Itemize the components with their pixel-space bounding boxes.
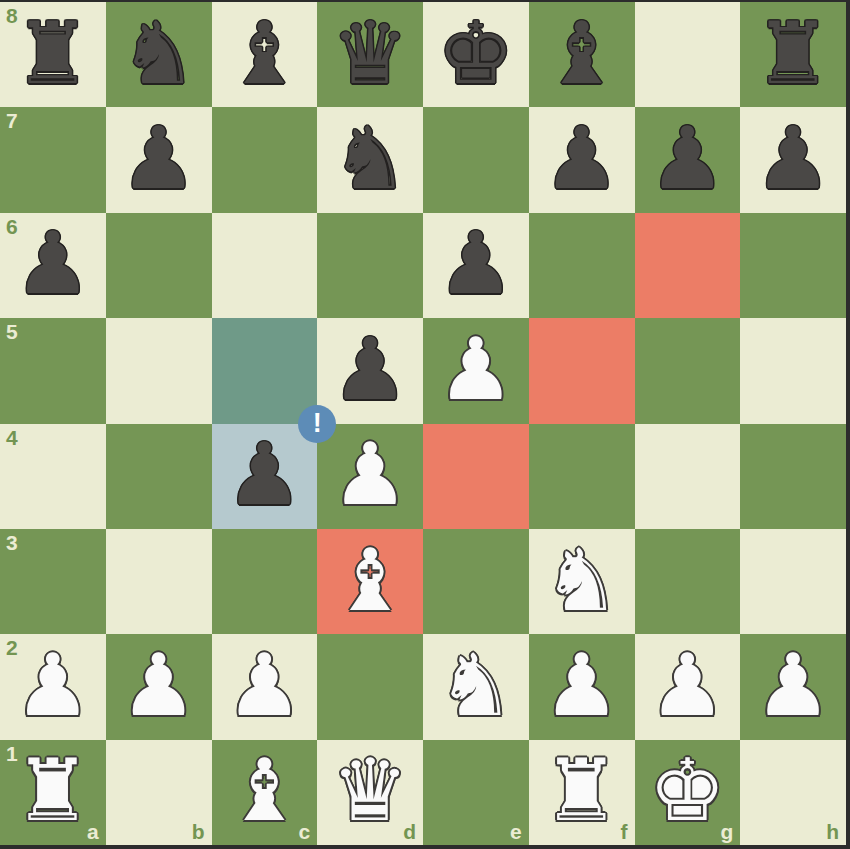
rank-label-7: 7 [6, 110, 18, 131]
square-g2[interactable]: ♟ [635, 634, 741, 739]
white-rook[interactable]: ♜ [543, 747, 620, 833]
square-e4[interactable] [423, 424, 529, 529]
square-e5[interactable]: ♟ [423, 318, 529, 423]
square-b6[interactable] [106, 213, 212, 318]
file-label-b: b [192, 821, 205, 842]
square-a4[interactable]: 4 [0, 424, 106, 529]
square-c6[interactable] [212, 213, 318, 318]
square-e6[interactable]: ♟ [423, 213, 529, 318]
square-d2[interactable] [317, 634, 423, 739]
square-b2[interactable]: ♟ [106, 634, 212, 739]
file-label-c: c [299, 821, 311, 842]
square-e3[interactable] [423, 529, 529, 634]
black-pawn[interactable]: ♟ [120, 115, 197, 201]
square-b1[interactable]: b [106, 740, 212, 845]
rank-label-8: 8 [6, 5, 18, 26]
square-c3[interactable] [212, 529, 318, 634]
square-e8[interactable]: ♚ [423, 2, 529, 107]
square-g8[interactable] [635, 2, 741, 107]
rank-label-1: 1 [6, 743, 18, 764]
white-king[interactable]: ♚ [649, 747, 726, 833]
file-label-d: d [403, 821, 416, 842]
square-e2[interactable]: ♞ [423, 634, 529, 739]
square-g6[interactable] [635, 213, 741, 318]
black-pawn[interactable]: ♟ [14, 220, 91, 306]
square-a8[interactable]: 8♜ [0, 2, 106, 107]
rank-label-6: 6 [6, 216, 18, 237]
square-c1[interactable]: c♝ [212, 740, 318, 845]
square-a2[interactable]: 2♟ [0, 634, 106, 739]
file-label-a: a [87, 821, 99, 842]
square-f2[interactable]: ♟ [529, 634, 635, 739]
square-d7[interactable]: ♞ [317, 107, 423, 212]
black-pawn[interactable]: ♟ [332, 326, 409, 412]
black-pawn[interactable]: ♟ [226, 431, 303, 517]
square-h2[interactable]: ♟ [740, 634, 846, 739]
white-knight[interactable]: ♞ [437, 642, 514, 728]
great-move-badge: ! [298, 405, 336, 443]
white-rook[interactable]: ♜ [14, 747, 91, 833]
square-h6[interactable] [740, 213, 846, 318]
square-f3[interactable]: ♞ [529, 529, 635, 634]
square-c2[interactable]: ♟ [212, 634, 318, 739]
square-g7[interactable]: ♟ [635, 107, 741, 212]
square-d4[interactable]: ♟ [317, 424, 423, 529]
file-label-e: e [510, 821, 522, 842]
file-label-f: f [621, 821, 628, 842]
black-knight[interactable]: ♞ [120, 10, 197, 96]
square-b8[interactable]: ♞ [106, 2, 212, 107]
square-h5[interactable] [740, 318, 846, 423]
white-bishop[interactable]: ♝ [226, 747, 303, 833]
square-b4[interactable] [106, 424, 212, 529]
white-bishop[interactable]: ♝ [332, 537, 409, 623]
white-pawn[interactable]: ♟ [226, 642, 303, 728]
square-f1[interactable]: f♜ [529, 740, 635, 845]
square-c7[interactable] [212, 107, 318, 212]
rank-label-2: 2 [6, 637, 18, 658]
black-rook[interactable]: ♜ [14, 10, 91, 96]
black-king[interactable]: ♚ [437, 10, 514, 96]
square-c5[interactable] [212, 318, 318, 423]
file-label-h: h [826, 821, 839, 842]
square-f5[interactable] [529, 318, 635, 423]
square-f4[interactable] [529, 424, 635, 529]
black-queen[interactable]: ♛ [332, 10, 409, 96]
chess-board: 8♜♞♝♛♚♝♜7♟♞♟♟♟6♟♟5♟♟4♟♟3♝♞2♟♟♟♞♟♟♟1a♜bc♝… [0, 2, 846, 845]
square-h3[interactable] [740, 529, 846, 634]
square-f8[interactable]: ♝ [529, 2, 635, 107]
white-pawn[interactable]: ♟ [120, 642, 197, 728]
square-b7[interactable]: ♟ [106, 107, 212, 212]
white-pawn[interactable]: ♟ [543, 642, 620, 728]
black-knight[interactable]: ♞ [332, 115, 409, 201]
rank-label-4: 4 [6, 427, 18, 448]
black-bishop[interactable]: ♝ [543, 10, 620, 96]
square-b3[interactable] [106, 529, 212, 634]
square-a3[interactable]: 3 [0, 529, 106, 634]
rank-label-3: 3 [6, 532, 18, 553]
square-h7[interactable]: ♟ [740, 107, 846, 212]
black-pawn[interactable]: ♟ [437, 220, 514, 306]
square-d3[interactable]: ♝ [317, 529, 423, 634]
square-g1[interactable]: g♚ [635, 740, 741, 845]
square-a6[interactable]: 6♟ [0, 213, 106, 318]
black-pawn[interactable]: ♟ [649, 115, 726, 201]
square-d1[interactable]: d♛ [317, 740, 423, 845]
square-a1[interactable]: 1a♜ [0, 740, 106, 845]
square-f6[interactable] [529, 213, 635, 318]
square-d8[interactable]: ♛ [317, 2, 423, 107]
black-bishop[interactable]: ♝ [226, 10, 303, 96]
square-g4[interactable] [635, 424, 741, 529]
square-h8[interactable]: ♜ [740, 2, 846, 107]
square-e7[interactable] [423, 107, 529, 212]
square-a5[interactable]: 5 [0, 318, 106, 423]
square-g5[interactable] [635, 318, 741, 423]
white-knight[interactable]: ♞ [543, 537, 620, 623]
square-e1[interactable]: e [423, 740, 529, 845]
white-pawn[interactable]: ♟ [332, 431, 409, 517]
white-pawn[interactable]: ♟ [755, 642, 832, 728]
chess-board-wrapper: 8♜♞♝♛♚♝♜7♟♞♟♟♟6♟♟5♟♟4♟♟3♝♞2♟♟♟♞♟♟♟1a♜bc♝… [0, 0, 850, 849]
square-d6[interactable] [317, 213, 423, 318]
square-h4[interactable] [740, 424, 846, 529]
white-pawn[interactable]: ♟ [649, 642, 726, 728]
square-c4[interactable]: ♟ [212, 424, 318, 529]
white-pawn[interactable]: ♟ [14, 642, 91, 728]
square-g3[interactable] [635, 529, 741, 634]
black-rook[interactable]: ♜ [755, 10, 832, 96]
file-label-g: g [720, 821, 733, 842]
square-h1[interactable]: h [740, 740, 846, 845]
white-pawn[interactable]: ♟ [437, 326, 514, 412]
square-c8[interactable]: ♝ [212, 2, 318, 107]
square-f7[interactable]: ♟ [529, 107, 635, 212]
black-pawn[interactable]: ♟ [755, 115, 832, 201]
square-a7[interactable]: 7 [0, 107, 106, 212]
square-b5[interactable] [106, 318, 212, 423]
square-d5[interactable]: ♟ [317, 318, 423, 423]
black-pawn[interactable]: ♟ [543, 115, 620, 201]
rank-label-5: 5 [6, 321, 18, 342]
white-queen[interactable]: ♛ [332, 747, 409, 833]
